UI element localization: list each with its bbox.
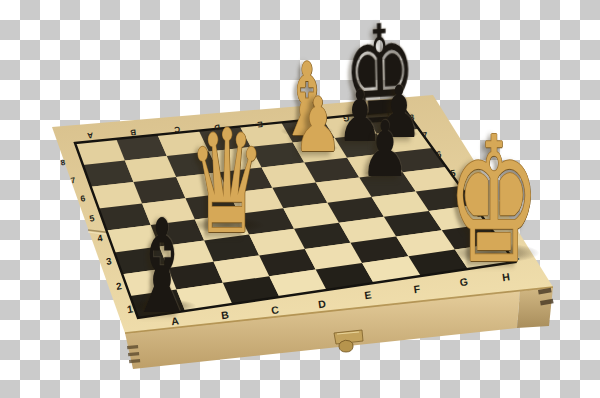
piece-white-king-h1[interactable]: ♚ <box>447 114 541 288</box>
piece-layer: ♚♝♟♟♟♟♛♚♝ <box>0 0 600 398</box>
piece-black-pawn-g5[interactable]: ♟ <box>360 111 410 188</box>
piece-white-queen-c4[interactable]: ♛ <box>189 111 266 254</box>
chess-photo-scene: AABBCCDDEEFFGGHH8877665544332211 ♚♝♟♟♟♟♛… <box>0 0 600 398</box>
piece-black-bishop-a1[interactable]: ♝ <box>127 202 197 332</box>
piece-white-pawn-f7[interactable]: ♟ <box>294 88 342 163</box>
